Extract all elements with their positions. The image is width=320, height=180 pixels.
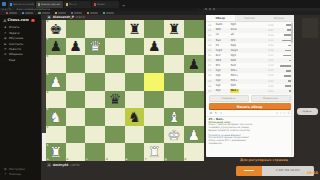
black-move[interactable]: Nf4+	[230, 80, 245, 83]
square-g7[interactable]	[164, 38, 184, 56]
square-e2[interactable]	[125, 126, 145, 144]
scrollbar-thumb[interactable]	[291, 23, 293, 43]
white-move[interactable]: Kg1	[215, 74, 230, 77]
square-a6[interactable]: 6	[46, 55, 66, 73]
square-h2[interactable]: ♟	[184, 126, 204, 144]
footer-label: Помощь	[9, 172, 21, 176]
file-label: g	[165, 158, 167, 161]
black-player-name[interactable]: Aleksandr_P	[53, 15, 74, 19]
file-label: b	[66, 158, 68, 161]
move-number: 25.	[208, 80, 215, 83]
corner-nav-icons[interactable]: ‹ ›	[301, 171, 304, 175]
black-move[interactable]: Qg5	[230, 24, 245, 27]
footer-icon: ?	[3, 172, 8, 176]
comment-section: 27... Ne3+ Отличный ход! Конь с темпом н…	[206, 116, 294, 147]
toast-action-button[interactable]	[236, 166, 262, 177]
black-move[interactable]: Qg5	[230, 54, 245, 57]
bookmark-label	[58, 12, 66, 13]
move-number: 27.	[208, 90, 215, 93]
square-g5[interactable]	[164, 73, 184, 91]
square-d6[interactable]	[105, 55, 125, 73]
tab-favicon	[94, 3, 97, 6]
move-number: 26.	[208, 85, 215, 88]
white-move[interactable]: h3	[215, 44, 230, 47]
white-move[interactable]: Rad1	[215, 24, 230, 27]
move-number: 17.	[208, 39, 215, 42]
square-f4[interactable]	[144, 91, 164, 109]
time-bar-wrap	[276, 55, 292, 57]
sidebar-item-label: Ещё	[9, 58, 15, 62]
square-g1[interactable]: g	[164, 143, 184, 161]
black-move[interactable]: Nd4	[230, 59, 245, 62]
white-player-avatar[interactable]: ♙	[47, 163, 51, 167]
square-c4[interactable]	[85, 91, 105, 109]
panel-tabs: ОбзорПартииИгроки	[206, 15, 294, 22]
square-e1[interactable]: e	[125, 143, 145, 161]
time-bar	[280, 65, 292, 67]
time-bar-wrap	[276, 90, 292, 92]
time-bar-wrap	[276, 75, 292, 77]
white-bishop[interactable]: ♝	[168, 109, 181, 123]
move-time: 0:07	[262, 69, 274, 72]
white-pawn[interactable]: ♟	[50, 74, 63, 88]
bookmark-label	[106, 12, 114, 13]
square-b6[interactable]	[66, 55, 86, 73]
share-button[interactable]: Поделиться	[251, 95, 291, 101]
black-move[interactable]: a6	[230, 34, 245, 37]
sidebar-item-icon: ✦	[3, 31, 8, 35]
rank-label: 5	[47, 73, 49, 76]
rank-label: 8	[47, 20, 49, 23]
sidebar-item-icon: ▶	[3, 42, 8, 46]
corner-widget: ‹ › 29:50	[293, 171, 318, 175]
site-logo[interactable]: ♙ Chess.com 1	[0, 15, 41, 25]
white-rook[interactable]: ♜	[50, 145, 63, 159]
square-b3[interactable]	[66, 108, 86, 126]
rank-label: 1	[47, 144, 49, 147]
square-f7[interactable]: ♟	[144, 38, 164, 56]
white-move[interactable]: Kg2	[215, 69, 230, 72]
tool-icon[interactable]: ✎	[220, 112, 223, 115]
sidebar-item-label: Задачи	[9, 31, 20, 35]
black-pawn[interactable]: ♟	[148, 39, 161, 53]
black-move[interactable]: Ne3+	[230, 90, 245, 93]
square-a4[interactable]: 4	[46, 91, 66, 109]
sidebar-item-icon: ⋯	[3, 58, 8, 62]
comment-line: Белым придётся отдать качество.	[209, 130, 291, 133]
square-a2[interactable]: 2	[46, 126, 66, 144]
time-bar-wrap	[276, 24, 292, 26]
black-queen[interactable]: ♛	[109, 92, 122, 106]
sidebar-item-label: Новости	[9, 47, 21, 51]
move-time: 0:15	[262, 64, 274, 67]
square-h6[interactable]: ♟	[184, 55, 204, 73]
square-c6[interactable]	[85, 55, 105, 73]
time-bar-wrap	[276, 70, 292, 72]
file-label: f	[145, 158, 146, 161]
white-queen[interactable]: ♛	[89, 39, 102, 53]
move-nav-icon[interactable]: «	[276, 112, 278, 115]
white-move[interactable]: Na3	[215, 39, 230, 42]
sidebar-item-label: Смотреть	[9, 42, 23, 46]
time-bar-wrap	[276, 80, 292, 82]
sidebar-item-label: Обучение	[9, 36, 23, 40]
nav-right-icons: «‹›»	[276, 112, 290, 115]
bookmark-label	[25, 12, 33, 13]
square-g4[interactable]	[164, 91, 184, 109]
comment-paragraph: После Крh3 чёрные продолжаютатаку ходом …	[209, 137, 291, 146]
square-h4[interactable]	[184, 91, 204, 109]
footer-label: Настройки	[9, 167, 25, 171]
square-f8[interactable]	[144, 20, 164, 38]
black-move[interactable]: Nf4+	[230, 69, 245, 72]
tab-favicon	[38, 3, 41, 6]
white-rook[interactable]: ♜	[148, 145, 161, 159]
sidebar-item-label: Играть	[9, 25, 19, 29]
square-g8[interactable]: ♜	[164, 20, 184, 38]
evaluation-bar	[42, 20, 46, 161]
black-knight[interactable]: ♞	[128, 109, 141, 123]
white-knight[interactable]: ♞	[50, 109, 63, 123]
square-h3[interactable]	[184, 108, 204, 126]
time-bar-wrap	[276, 45, 292, 47]
square-a1[interactable]: 1a♜	[46, 143, 66, 161]
time-bar-wrap	[276, 65, 292, 67]
white-pawn[interactable]: ♟	[187, 127, 200, 141]
tab-title: Шахматы онлайн	[13, 3, 34, 6]
square-f2[interactable]	[144, 126, 164, 144]
nav-left-icons: ⚙↻✎	[210, 112, 223, 115]
square-e3[interactable]: ♞	[125, 108, 145, 126]
time-bar-wrap	[276, 40, 292, 42]
move-number: 19.	[208, 49, 215, 52]
move-time: 0:11	[262, 54, 274, 57]
move-nav-icon[interactable]: ›	[284, 112, 285, 115]
square-c1[interactable]: c	[85, 143, 105, 161]
black-move[interactable]: Rfe8	[230, 29, 245, 32]
square-d2[interactable]	[105, 126, 125, 144]
black-move[interactable]: Qxg4	[230, 49, 245, 52]
move-time: 0:12	[262, 39, 274, 42]
move-number: 15.	[208, 29, 215, 32]
square-g2[interactable]: ♚	[164, 126, 184, 144]
white-player-rating: (1878)	[70, 163, 80, 167]
tab-favicon	[66, 3, 69, 6]
scroll-widget[interactable]	[302, 18, 318, 38]
square-a3[interactable]: 3♞	[46, 108, 66, 126]
square-b5[interactable]	[66, 73, 86, 91]
comment-move-header: 27... Ne3+	[209, 118, 291, 121]
square-e4[interactable]	[125, 91, 145, 109]
move-list: 14.Rad1Qg50:0615.Nb5Rfe80:0416.c4a60:091…	[206, 22, 294, 95]
move-number: 22.	[208, 64, 215, 67]
square-d7[interactable]	[105, 38, 125, 56]
notification-badge: 1	[31, 19, 34, 22]
panel-tab-обзор[interactable]: Обзор	[206, 15, 235, 21]
square-a5[interactable]: 5♟	[46, 73, 66, 91]
rank-label: 6	[47, 55, 49, 58]
black-rook[interactable]: ♜	[128, 21, 141, 35]
chess-board: 8♚♜♜7♟♟♛♟6♟5♟4♛3♞♞♝2♚♟1a♜bcdef♜gh	[46, 20, 204, 161]
evaluation-black-portion	[42, 20, 46, 133]
white-move[interactable]: c4	[215, 34, 230, 37]
black-move[interactable]: Ng4	[230, 44, 245, 47]
panel-tab-игроки[interactable]: Игроки	[264, 15, 293, 21]
square-f3[interactable]	[144, 108, 164, 126]
move-nav-icon[interactable]: ‹	[280, 112, 281, 115]
square-h7[interactable]	[184, 38, 204, 56]
file-label: c	[86, 158, 88, 161]
move-time: 0:04	[262, 29, 274, 32]
corner-clock: 29:50	[307, 171, 318, 175]
dismiss-pill[interactable]: скрыть	[297, 108, 318, 115]
black-player-rating: (1912)	[75, 15, 85, 19]
square-a8[interactable]: 8♚	[46, 20, 66, 38]
pinned-tab-favicon[interactable]	[2, 2, 6, 6]
tab-favicon	[10, 3, 13, 6]
square-f6[interactable]	[144, 55, 164, 73]
sidebar: ♙ Chess.com 1 ♟Играть✦Задачи◉Обучение▶См…	[0, 15, 41, 180]
move-time: 0:06	[262, 24, 274, 27]
pawn-logo-icon: ♙	[3, 18, 7, 23]
ad-headline[interactable]: Для регулярных страниц	[228, 158, 300, 162]
move-time: 0:05	[262, 44, 274, 47]
white-king[interactable]: ♚	[168, 127, 181, 141]
black-move[interactable]: Nd3	[230, 85, 245, 88]
move-time: 0:09	[262, 34, 274, 37]
time-bar-wrap	[276, 50, 292, 52]
move-number: 21.	[208, 59, 215, 62]
square-e7[interactable]	[125, 38, 145, 56]
move-time: 0:03	[262, 59, 274, 62]
sidebar-item-icon: ✉	[3, 52, 8, 56]
white-move[interactable]: Kg1	[215, 85, 230, 88]
move-time: 0:08	[262, 49, 274, 52]
square-d4[interactable]: ♛	[105, 91, 125, 109]
square-b4[interactable]	[66, 91, 86, 109]
square-g6[interactable]	[164, 55, 184, 73]
black-move[interactable]: Ne6	[230, 64, 245, 67]
square-e8[interactable]: ♜	[125, 20, 145, 38]
start-review-button[interactable]: Начать обзор	[209, 103, 291, 110]
square-b2[interactable]	[66, 126, 86, 144]
tab-title: Видео	[97, 3, 105, 6]
save-button[interactable]: Сохранить	[209, 95, 249, 101]
black-king[interactable]: ♚	[50, 21, 63, 35]
bottom-player-bar: ♙ dmitry64 (1878)	[47, 162, 80, 168]
square-c5[interactable]	[85, 73, 105, 91]
sidebar-footer-item[interactable]: ?Помощь	[0, 172, 41, 177]
square-d1[interactable]: d	[105, 143, 125, 161]
rank-label: 7	[47, 38, 49, 41]
move-number: 14.	[208, 24, 215, 27]
move-number: 23.	[208, 69, 215, 72]
square-b8[interactable]	[66, 20, 86, 38]
tool-icon[interactable]: ↻	[215, 112, 218, 115]
bookmark-label	[42, 12, 50, 13]
white-move[interactable]: Qb6	[215, 59, 230, 62]
black-move[interactable]: Nh3+	[230, 74, 245, 77]
white-player-name[interactable]: dmitry64	[53, 163, 69, 167]
panel-scrollbar[interactable]	[291, 22, 293, 156]
time-bar-wrap	[276, 60, 292, 62]
white-move[interactable]: Nb5	[215, 29, 230, 32]
tab-title: Почта	[69, 3, 77, 6]
time-bar-wrap	[276, 34, 292, 36]
sidebar-footer: ⚙Настройки?Помощь	[0, 166, 41, 177]
panel-tab-партии[interactable]: Партии	[235, 15, 264, 21]
square-c2[interactable]	[85, 126, 105, 144]
square-d5[interactable]	[105, 73, 125, 91]
square-e5[interactable]	[125, 73, 145, 91]
extension-icon[interactable]	[205, 8, 207, 10]
move-time: 0:09	[262, 85, 274, 88]
square-h8[interactable]	[184, 20, 204, 38]
move-time: 0:02	[262, 90, 274, 93]
white-move[interactable]: hxg4	[215, 49, 230, 52]
black-pawn[interactable]: ♟	[50, 39, 63, 53]
black-pawn[interactable]: ♟	[187, 57, 200, 71]
move-row: 27.Bg3Ne3+0:02	[206, 89, 294, 94]
sidebar-item-icon: ◉	[3, 36, 8, 40]
bookmark-label	[90, 12, 98, 13]
square-c3[interactable]	[85, 108, 105, 126]
white-move[interactable]: Kg2	[215, 80, 230, 83]
square-c8[interactable]	[85, 20, 105, 38]
square-f1[interactable]: f♜	[144, 143, 164, 161]
site-logo-text: Chess.com	[8, 18, 29, 22]
rank-label: 3	[47, 108, 49, 111]
move-number: 18.	[208, 44, 215, 47]
bookmark-label	[9, 12, 17, 13]
file-label: e	[125, 158, 127, 161]
sidebar-item-ещё[interactable]: ⋯Ещё	[0, 57, 41, 62]
move-time: 0:10	[262, 74, 274, 77]
square-e6[interactable]	[125, 55, 145, 73]
square-d8[interactable]	[105, 20, 125, 38]
move-nav-icon[interactable]: »	[288, 112, 290, 115]
sidebar-item-icon: ☰	[3, 47, 8, 51]
file-label: h	[185, 158, 187, 161]
bookmark-label	[74, 12, 82, 13]
move-number: 20.	[208, 54, 215, 57]
comment-paragraph: Конь с темпом нападает на короля,создава…	[209, 124, 291, 133]
sidebar-item-icon: ♟	[3, 25, 8, 29]
screenshot-root: Шахматы онлайнАнализ партииПочтаВидео + …	[0, 0, 320, 180]
square-f5[interactable]	[144, 73, 164, 91]
square-c7[interactable]: ♛	[85, 38, 105, 56]
black-move[interactable]: Qf4	[230, 39, 245, 42]
file-label: d	[106, 158, 108, 161]
extension-icon[interactable]	[209, 8, 211, 10]
sidebar-nav: ♟Играть✦Задачи◉Обучение▶Смотреть☰Новости…	[0, 25, 41, 63]
sidebar-item-label: Общение	[9, 52, 23, 56]
black-rook[interactable]: ♜	[168, 21, 181, 35]
black-pawn[interactable]: ♟	[69, 39, 82, 53]
white-move[interactable]: Bg3	[215, 90, 230, 93]
white-move[interactable]: Bf3	[215, 64, 230, 67]
time-bar-wrap	[276, 29, 292, 31]
tool-icon[interactable]: ⚙	[210, 112, 213, 115]
rank-label: 4	[47, 91, 49, 94]
square-b7[interactable]: ♟	[66, 38, 86, 56]
rank-label: 2	[47, 126, 49, 129]
white-move[interactable]: Be2	[215, 54, 230, 57]
analysis-panel: ОбзорПартииИгроки 14.Rad1Qg50:0615.Nb5Rf…	[206, 15, 294, 157]
file-label: a	[47, 158, 49, 161]
square-h1[interactable]: h	[184, 143, 204, 161]
move-number: 24.	[208, 74, 215, 77]
time-bar-wrap	[276, 85, 292, 87]
square-b1[interactable]: b	[66, 143, 86, 161]
move-number: 16.	[208, 34, 215, 37]
square-a7[interactable]: 7♟	[46, 38, 66, 56]
square-d3[interactable]	[105, 108, 125, 126]
browser-tab-strip: Шахматы онлайнАнализ партииПочтаВидео +	[0, 0, 320, 8]
square-g3[interactable]: ♝	[164, 108, 184, 126]
panel-buttons-row: Сохранить Поделиться	[206, 94, 294, 101]
move-time: 0:04	[262, 80, 274, 83]
comment-line: перевесом.	[209, 143, 291, 146]
square-h5[interactable]	[184, 73, 204, 91]
tab-title: Анализ партии	[41, 3, 60, 6]
profile-icon[interactable]	[213, 8, 215, 10]
footer-icon: ⚙	[3, 167, 8, 171]
